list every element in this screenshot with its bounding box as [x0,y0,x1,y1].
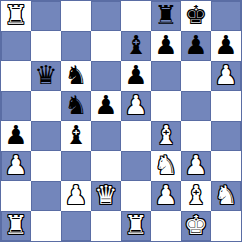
square-g7[interactable]: ♟ [181,31,211,61]
square-e2[interactable] [121,181,151,211]
square-e3[interactable] [121,151,151,181]
square-d3[interactable] [91,151,121,181]
square-a1[interactable]: ♜ [1,211,31,241]
square-a6[interactable] [1,61,31,91]
square-d8[interactable] [91,1,121,31]
chess-board: ♜♜♚♝♟♟♟♛♞♟♟♞♟♟♟♝♝♟♞♟♟♛♟♝♞♜♜♚ [0,0,242,242]
square-b8[interactable] [31,1,61,31]
square-g8[interactable]: ♚ [181,1,211,31]
white-queen-icon: ♛ [94,182,117,208]
square-g2[interactable]: ♝ [181,181,211,211]
square-b1[interactable] [31,211,61,241]
square-f2[interactable]: ♟ [151,181,181,211]
white-pawn-icon: ♟ [154,182,177,208]
square-c8[interactable] [61,1,91,31]
square-g3[interactable]: ♟ [181,151,211,181]
black-bishop-icon: ♝ [124,32,147,58]
white-pawn-icon: ♟ [4,152,27,178]
white-pawn-icon: ♟ [64,182,87,208]
black-king-icon: ♚ [184,2,207,28]
square-e1[interactable]: ♜ [121,211,151,241]
black-pawn-icon: ♟ [184,32,207,58]
square-c7[interactable] [61,31,91,61]
square-a5[interactable] [1,91,31,121]
white-king-icon: ♚ [184,212,207,238]
square-f6[interactable] [151,61,181,91]
white-rook-icon: ♜ [4,212,27,238]
square-f7[interactable]: ♟ [151,31,181,61]
square-d1[interactable] [91,211,121,241]
square-a8[interactable]: ♜ [1,1,31,31]
square-a4[interactable]: ♟ [1,121,31,151]
black-bishop-icon: ♝ [64,122,87,148]
square-g1[interactable]: ♚ [181,211,211,241]
square-f5[interactable] [151,91,181,121]
square-d7[interactable] [91,31,121,61]
black-pawn-icon: ♟ [214,32,237,58]
square-e7[interactable]: ♝ [121,31,151,61]
square-a3[interactable]: ♟ [1,151,31,181]
square-f1[interactable] [151,211,181,241]
white-bishop-icon: ♝ [184,182,207,208]
square-d6[interactable] [91,61,121,91]
black-queen-icon: ♛ [34,62,57,88]
square-b3[interactable] [31,151,61,181]
square-b4[interactable] [31,121,61,151]
square-b6[interactable]: ♛ [31,61,61,91]
black-knight-icon: ♞ [64,92,87,118]
white-knight-icon: ♞ [154,152,177,178]
black-pawn-icon: ♟ [124,62,147,88]
white-rook-icon: ♜ [4,2,27,28]
square-a7[interactable] [1,31,31,61]
square-a2[interactable] [1,181,31,211]
black-rook-icon: ♜ [154,2,177,28]
square-h5[interactable] [211,91,241,121]
square-f3[interactable]: ♞ [151,151,181,181]
square-g6[interactable] [181,61,211,91]
square-h6[interactable]: ♟ [211,61,241,91]
white-pawn-icon: ♟ [184,152,207,178]
square-e4[interactable] [121,121,151,151]
square-h4[interactable] [211,121,241,151]
square-f8[interactable]: ♜ [151,1,181,31]
black-pawn-icon: ♟ [154,32,177,58]
square-e6[interactable]: ♟ [121,61,151,91]
white-bishop-icon: ♝ [154,122,177,148]
square-c2[interactable]: ♟ [61,181,91,211]
white-knight-icon: ♞ [214,182,237,208]
square-c1[interactable] [61,211,91,241]
square-b5[interactable] [31,91,61,121]
square-g5[interactable] [181,91,211,121]
black-pawn-icon: ♟ [94,92,117,118]
black-knight-icon: ♞ [64,62,87,88]
white-rook-icon: ♜ [124,212,147,238]
square-d2[interactable]: ♛ [91,181,121,211]
black-pawn-icon: ♟ [4,122,27,148]
square-h7[interactable]: ♟ [211,31,241,61]
square-d4[interactable] [91,121,121,151]
square-h8[interactable] [211,1,241,31]
square-e8[interactable] [121,1,151,31]
square-d5[interactable]: ♟ [91,91,121,121]
square-b7[interactable] [31,31,61,61]
square-g4[interactable] [181,121,211,151]
square-c3[interactable] [61,151,91,181]
square-c5[interactable]: ♞ [61,91,91,121]
square-h1[interactable] [211,211,241,241]
square-e5[interactable]: ♟ [121,91,151,121]
square-c6[interactable]: ♞ [61,61,91,91]
white-pawn-icon: ♟ [124,92,147,118]
square-b2[interactable] [31,181,61,211]
square-f4[interactable]: ♝ [151,121,181,151]
square-h3[interactable] [211,151,241,181]
white-pawn-icon: ♟ [214,62,237,88]
square-h2[interactable]: ♞ [211,181,241,211]
square-c4[interactable]: ♝ [61,121,91,151]
